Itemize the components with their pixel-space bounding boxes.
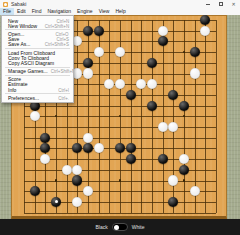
star-point xyxy=(119,179,121,181)
menu-item-file[interactable]: File xyxy=(0,8,14,15)
black-stone[interactable] xyxy=(126,154,136,164)
white-stone[interactable] xyxy=(30,111,40,121)
file-menu-item-preferences[interactable]: Preferences...Ctrl+, xyxy=(2,95,73,100)
menu-separator xyxy=(5,67,70,68)
file-menu-item-copy-ascii-diagram[interactable]: Copy ASCII Diagram xyxy=(2,60,73,65)
menu-separator xyxy=(5,75,70,76)
white-stone[interactable] xyxy=(158,122,168,132)
file-menu-item-shortcut: Ctrl+Shift+M xyxy=(51,69,73,74)
file-menu-item-label: Save As... xyxy=(8,42,31,47)
white-stone[interactable] xyxy=(62,165,72,175)
black-stone[interactable] xyxy=(40,133,50,143)
black-stone[interactable] xyxy=(158,36,168,46)
file-menu-item-shortcut: Ctrl+I xyxy=(58,87,69,92)
black-stone[interactable] xyxy=(72,143,82,153)
grid-line-vertical xyxy=(152,20,153,213)
file-menu-item-info[interactable]: InfoCtrl+I xyxy=(2,87,73,92)
white-stone[interactable] xyxy=(83,186,93,196)
black-stone[interactable] xyxy=(72,175,82,185)
black-stone[interactable] xyxy=(168,197,178,207)
black-stone[interactable] xyxy=(83,143,93,153)
black-label: Black xyxy=(95,219,107,235)
white-stone[interactable] xyxy=(168,175,178,185)
file-menu-item-save-as[interactable]: Save As...Ctrl+Shift+S xyxy=(2,42,73,47)
file-menu-item-label: Copy ASCII Diagram xyxy=(8,60,54,65)
white-stone[interactable] xyxy=(83,68,93,78)
file-menu-item-shortcut: Ctrl+, xyxy=(58,95,69,100)
maximize-icon xyxy=(219,2,223,6)
file-menu-item-shortcut: Ctrl+Shift+N xyxy=(44,23,69,28)
black-stone[interactable] xyxy=(179,101,189,111)
white-stone[interactable] xyxy=(115,47,125,57)
white-stone[interactable] xyxy=(179,154,189,164)
last-move-marker xyxy=(55,200,58,203)
star-point xyxy=(183,51,185,53)
player-toggle[interactable] xyxy=(112,223,128,231)
white-stone[interactable] xyxy=(200,26,210,36)
black-stone[interactable] xyxy=(190,47,200,57)
black-stone[interactable] xyxy=(30,186,40,196)
app-icon xyxy=(3,2,8,7)
black-stone[interactable] xyxy=(83,26,93,36)
file-menu-dropdown: NewCtrl+NNew WindowCtrl+Shift+NOpen...Ct… xyxy=(1,15,74,103)
window-title: Sabaki xyxy=(11,0,26,8)
black-stone[interactable] xyxy=(200,15,210,25)
window-controls: ✕ xyxy=(201,0,240,8)
menu-separator xyxy=(5,48,70,49)
menu-item-help[interactable]: Help xyxy=(112,8,128,15)
white-stone[interactable] xyxy=(83,133,93,143)
white-stone[interactable] xyxy=(168,122,178,132)
black-stone[interactable] xyxy=(94,26,104,36)
grid-line-vertical xyxy=(141,20,142,213)
white-stone[interactable] xyxy=(72,165,82,175)
menu-item-view[interactable]: View xyxy=(96,8,113,15)
black-stone[interactable] xyxy=(158,154,168,164)
file-menu-item-label: Info xyxy=(8,87,16,92)
menu-item-edit[interactable]: Edit xyxy=(14,8,29,15)
white-stone[interactable] xyxy=(115,79,125,89)
grid-line-vertical xyxy=(216,20,217,213)
close-icon: ✕ xyxy=(231,2,235,7)
star-point xyxy=(183,179,185,181)
black-stone[interactable] xyxy=(147,58,157,68)
black-stone[interactable] xyxy=(126,90,136,100)
menu-bar: FileEditFindNavigationEngineViewHelp xyxy=(0,8,240,15)
menu-separator xyxy=(5,93,70,94)
grid-line-horizontal xyxy=(24,191,216,192)
star-point xyxy=(55,179,57,181)
white-stone[interactable] xyxy=(190,68,200,78)
menu-item-find[interactable]: Find xyxy=(29,8,45,15)
black-stone[interactable] xyxy=(51,197,61,207)
minimize-icon xyxy=(206,4,210,5)
white-stone[interactable] xyxy=(94,47,104,57)
grid-line-horizontal xyxy=(24,127,216,128)
white-stone[interactable] xyxy=(104,79,114,89)
white-stone[interactable] xyxy=(147,79,157,89)
black-stone[interactable] xyxy=(40,143,50,153)
grid-line-horizontal xyxy=(24,138,216,139)
black-stone[interactable] xyxy=(83,58,93,68)
file-menu-item-label: Preferences... xyxy=(8,95,39,100)
file-menu-item-manage-games[interactable]: Manage Games...Ctrl+Shift+M xyxy=(2,69,73,74)
white-stone[interactable] xyxy=(72,197,82,207)
grid-line-vertical xyxy=(131,20,132,213)
white-stone[interactable] xyxy=(94,143,104,153)
menu-item-engine[interactable]: Engine xyxy=(74,8,96,15)
black-stone[interactable] xyxy=(168,90,178,100)
grid-line-horizontal xyxy=(24,213,216,214)
turn-bar: Black White xyxy=(0,219,240,235)
white-stone[interactable] xyxy=(190,186,200,196)
menu-separator xyxy=(5,29,70,30)
app-window: Sabaki ✕ FileEditFindNavigationEngineVie… xyxy=(0,0,240,235)
white-stone[interactable] xyxy=(136,79,146,89)
black-stone[interactable] xyxy=(147,101,157,111)
maximize-button[interactable] xyxy=(214,0,227,8)
white-stone[interactable] xyxy=(158,26,168,36)
file-menu-item-label: New Window xyxy=(8,23,37,28)
menu-item-navigation[interactable]: Navigation xyxy=(44,8,74,15)
white-stone[interactable] xyxy=(40,154,50,164)
file-menu-item-shortcut: Ctrl+Shift+S xyxy=(45,42,69,47)
white-label: White xyxy=(132,219,145,235)
grid-line-vertical xyxy=(205,20,206,213)
file-menu-item-label: Manage Games... xyxy=(8,69,48,74)
grid-line-vertical xyxy=(163,20,164,213)
title-bar: Sabaki ✕ xyxy=(0,0,240,8)
close-button[interactable]: ✕ xyxy=(227,0,240,8)
file-menu-item-new-window[interactable]: New WindowCtrl+Shift+N xyxy=(2,23,73,28)
toggle-knob xyxy=(114,225,120,231)
black-stone[interactable] xyxy=(179,165,189,175)
black-stone[interactable] xyxy=(126,143,136,153)
black-stone[interactable] xyxy=(115,143,125,153)
minimize-button[interactable] xyxy=(201,0,214,8)
